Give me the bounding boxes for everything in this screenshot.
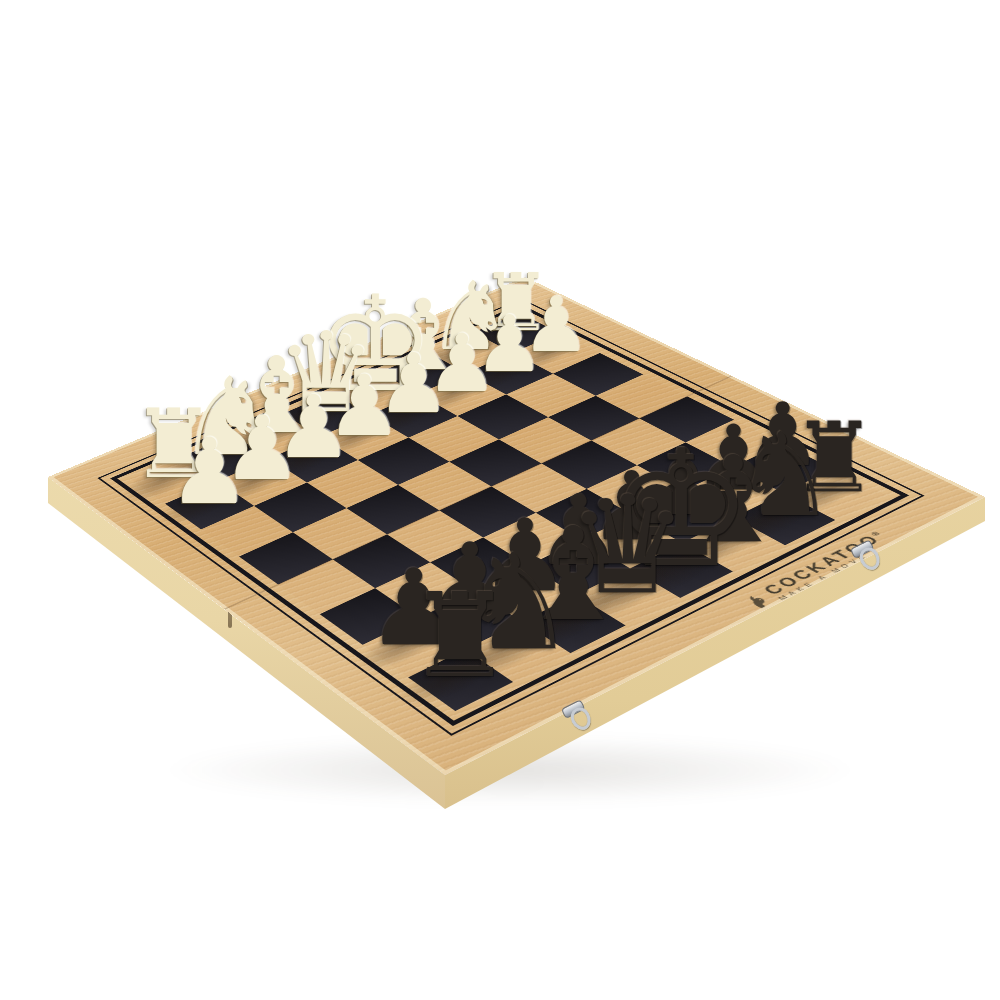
product-photo: COCKATOO® MAKE A MOVE ♜♞♟♝♟♚♟♛♟♝♟♞♟♟♜♟♟♜… xyxy=(0,0,1000,1000)
piece-black-rook-h8[interactable]: ♜ xyxy=(408,578,512,695)
piece-white-pawn-h2[interactable]: ♟ xyxy=(169,425,251,516)
